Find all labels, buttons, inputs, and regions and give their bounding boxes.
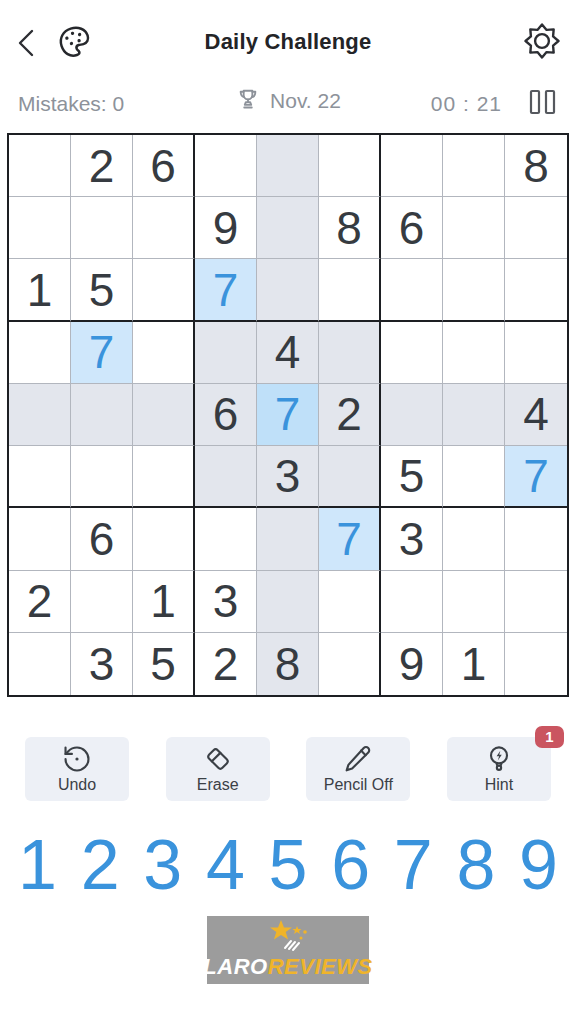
cell-r2c6[interactable]: 8 xyxy=(319,197,381,259)
gear-icon xyxy=(524,23,560,59)
cell-r7c2[interactable]: 6 xyxy=(71,508,133,570)
cell-r8c2[interactable] xyxy=(71,571,133,633)
date-label: Nov. 22 xyxy=(270,89,341,113)
cell-r2c8[interactable] xyxy=(443,197,505,259)
cell-r2c1[interactable] xyxy=(9,197,71,259)
hint-bulb-icon xyxy=(483,743,515,775)
cell-r7c6[interactable]: 7 xyxy=(319,508,381,570)
cell-r7c3[interactable] xyxy=(133,508,195,570)
undo-button[interactable]: Undo xyxy=(25,737,129,801)
numpad-7[interactable]: 7 xyxy=(394,830,433,900)
logo-star-art xyxy=(207,918,369,956)
cell-r5c7[interactable] xyxy=(381,384,443,446)
cell-r3c8[interactable] xyxy=(443,259,505,321)
cell-r1c5[interactable] xyxy=(257,135,319,197)
cell-r4c5[interactable]: 4 xyxy=(257,322,319,384)
numpad-2[interactable]: 2 xyxy=(81,830,120,900)
numpad-6[interactable]: 6 xyxy=(331,830,370,900)
cell-r3c3[interactable] xyxy=(133,259,195,321)
cell-r3c6[interactable] xyxy=(319,259,381,321)
numpad-3[interactable]: 3 xyxy=(143,830,182,900)
cell-r6c5[interactable]: 3 xyxy=(257,446,319,508)
cell-r4c3[interactable] xyxy=(133,322,195,384)
cell-r1c9[interactable]: 8 xyxy=(505,135,567,197)
cell-r9c9[interactable] xyxy=(505,633,567,695)
sudoku-app: Daily Challenge Mistakes: 0 Nov. 22 00 :… xyxy=(0,0,576,1024)
trophy-icon xyxy=(235,86,261,116)
cell-r2c4[interactable]: 9 xyxy=(195,197,257,259)
sudoku-board: 268986157746724357673213352891 xyxy=(7,133,569,697)
cell-r5c3[interactable] xyxy=(133,384,195,446)
cell-r6c4[interactable] xyxy=(195,446,257,508)
cell-r8c5[interactable] xyxy=(257,571,319,633)
erase-label: Erase xyxy=(197,776,239,794)
cell-r4c8[interactable] xyxy=(443,322,505,384)
cell-r6c7[interactable]: 5 xyxy=(381,446,443,508)
cell-r6c6[interactable] xyxy=(319,446,381,508)
cell-r3c4[interactable]: 7 xyxy=(195,259,257,321)
cell-r5c8[interactable] xyxy=(443,384,505,446)
cell-r9c5[interactable]: 8 xyxy=(257,633,319,695)
undo-label: Undo xyxy=(58,776,96,794)
cell-r9c4[interactable]: 2 xyxy=(195,633,257,695)
cell-r1c2[interactable]: 2 xyxy=(71,135,133,197)
cell-r3c5[interactable] xyxy=(257,259,319,321)
pencil-icon xyxy=(342,743,374,775)
cell-r6c3[interactable] xyxy=(133,446,195,508)
cell-r7c4[interactable] xyxy=(195,508,257,570)
erase-button[interactable]: Erase xyxy=(166,737,270,801)
cell-r8c1[interactable]: 2 xyxy=(9,571,71,633)
logo-text-laro: LARO xyxy=(203,954,267,979)
cell-r7c5[interactable] xyxy=(257,508,319,570)
numpad-8[interactable]: 8 xyxy=(456,830,495,900)
cell-r5c4[interactable]: 6 xyxy=(195,384,257,446)
cell-r4c6[interactable] xyxy=(319,322,381,384)
cell-r1c8[interactable] xyxy=(443,135,505,197)
hint-button[interactable]: 1 Hint xyxy=(447,737,551,801)
cell-r1c4[interactable] xyxy=(195,135,257,197)
settings-button[interactable] xyxy=(524,23,560,59)
hint-badge: 1 xyxy=(535,726,564,748)
cell-r1c1[interactable] xyxy=(9,135,71,197)
cell-r9c1[interactable] xyxy=(9,633,71,695)
cell-r2c9[interactable] xyxy=(505,197,567,259)
cell-r2c2[interactable] xyxy=(71,197,133,259)
cell-r7c7[interactable]: 3 xyxy=(381,508,443,570)
cell-r6c9[interactable]: 7 xyxy=(505,446,567,508)
cell-r5c5[interactable]: 7 xyxy=(257,384,319,446)
cell-r9c7[interactable]: 9 xyxy=(381,633,443,695)
cell-r8c3[interactable]: 1 xyxy=(133,571,195,633)
cell-r3c1[interactable]: 1 xyxy=(9,259,71,321)
pause-button[interactable] xyxy=(528,88,558,116)
cell-r6c8[interactable] xyxy=(443,446,505,508)
cell-r2c5[interactable] xyxy=(257,197,319,259)
cell-r8c6[interactable] xyxy=(319,571,381,633)
numpad-9[interactable]: 9 xyxy=(519,830,558,900)
cell-r4c7[interactable] xyxy=(381,322,443,384)
cell-r3c9[interactable] xyxy=(505,259,567,321)
numpad-1[interactable]: 1 xyxy=(18,830,57,900)
hint-label: Hint xyxy=(485,776,513,794)
cell-r5c2[interactable] xyxy=(71,384,133,446)
cell-r2c3[interactable] xyxy=(133,197,195,259)
cell-r4c9[interactable] xyxy=(505,322,567,384)
cell-r4c1[interactable] xyxy=(9,322,71,384)
logo-text: LAROREVIEWS xyxy=(203,956,372,978)
cell-r3c2[interactable]: 5 xyxy=(71,259,133,321)
cell-r9c8[interactable]: 1 xyxy=(443,633,505,695)
number-pad: 123456789 xyxy=(18,830,558,900)
cell-r3c7[interactable] xyxy=(381,259,443,321)
cell-r1c3[interactable]: 6 xyxy=(133,135,195,197)
cell-r9c6[interactable] xyxy=(319,633,381,695)
cell-r7c1[interactable] xyxy=(9,508,71,570)
numpad-4[interactable]: 4 xyxy=(206,830,245,900)
cell-r6c2[interactable] xyxy=(71,446,133,508)
cell-r2c7[interactable]: 6 xyxy=(381,197,443,259)
cell-r4c2[interactable]: 7 xyxy=(71,322,133,384)
cell-r9c3[interactable]: 5 xyxy=(133,633,195,695)
laro-reviews-logo: LAROREVIEWS xyxy=(207,916,369,984)
undo-icon xyxy=(61,743,93,775)
cell-r5c9[interactable]: 4 xyxy=(505,384,567,446)
cell-r6c1[interactable] xyxy=(9,446,71,508)
cell-r1c6[interactable] xyxy=(319,135,381,197)
cell-r8c9[interactable] xyxy=(505,571,567,633)
cell-r7c8[interactable] xyxy=(443,508,505,570)
numpad-5[interactable]: 5 xyxy=(269,830,308,900)
eraser-icon xyxy=(202,743,234,775)
cell-r8c4[interactable]: 3 xyxy=(195,571,257,633)
pencil-toggle-button[interactable]: Pencil Off xyxy=(306,737,410,801)
pencil-label: Pencil Off xyxy=(324,776,393,794)
toolbar: Undo Erase Pencil Off 1 xyxy=(25,737,551,801)
cell-r5c1[interactable] xyxy=(9,384,71,446)
cell-r7c9[interactable] xyxy=(505,508,567,570)
timer: 00 : 21 xyxy=(431,92,502,116)
page-title: Daily Challenge xyxy=(0,29,576,55)
cell-r8c8[interactable] xyxy=(443,571,505,633)
cell-r9c2[interactable]: 3 xyxy=(71,633,133,695)
cell-r4c4[interactable] xyxy=(195,322,257,384)
cell-r5c6[interactable]: 2 xyxy=(319,384,381,446)
cell-r1c7[interactable] xyxy=(381,135,443,197)
cell-r8c7[interactable] xyxy=(381,571,443,633)
logo-text-reviews: REVIEWS xyxy=(268,954,373,979)
pause-icon xyxy=(528,88,558,116)
